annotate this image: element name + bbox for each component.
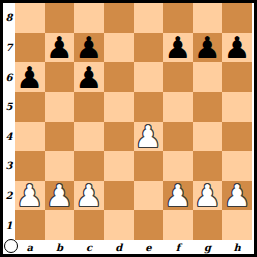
file-label-d: d [104,240,134,254]
chess-diagram: 87654321 ♟♟♟♟♟♟♟♟♟♟♟♟♟♟ abcdefgh [0,0,257,257]
black-pawn-f7: ♟ [164,33,191,62]
rank-label-1: 1 [3,210,15,240]
square-g1 [193,210,223,240]
file-labels: abcdefgh [15,240,252,254]
square-b1 [45,210,75,240]
file-label-a: a [15,240,45,254]
square-d5 [104,92,134,122]
square-c5 [74,92,104,122]
square-d8 [104,3,134,33]
square-e2 [134,181,164,211]
square-g6 [193,62,223,92]
square-d6 [104,62,134,92]
square-b3 [45,151,75,181]
white-pawn-h2: ♟ [224,181,251,210]
black-pawn-a6: ♟ [16,63,43,92]
black-pawn-c7: ♟ [76,33,103,62]
black-pawn-c6: ♟ [76,63,103,92]
rank-label-2: 2 [3,181,15,211]
file-label-b: b [45,240,75,254]
square-c2: ♟ [74,181,104,211]
square-c7: ♟ [74,33,104,63]
square-d1 [104,210,134,240]
square-b4 [45,122,75,152]
rank-label-8: 8 [3,3,15,33]
square-h5 [222,92,252,122]
square-c8 [74,3,104,33]
square-a6: ♟ [15,62,45,92]
square-a2: ♟ [15,181,45,211]
square-f2: ♟ [163,181,193,211]
square-f7: ♟ [163,33,193,63]
white-pawn-b2: ♟ [46,181,73,210]
square-f8 [163,3,193,33]
rank-labels: 87654321 [3,3,15,240]
square-f3 [163,151,193,181]
square-b2: ♟ [45,181,75,211]
square-a1 [15,210,45,240]
rank-label-7: 7 [3,33,15,63]
black-pawn-b7: ♟ [46,33,73,62]
square-e7 [134,33,164,63]
square-e8 [134,3,164,33]
white-pawn-e4: ♟ [135,122,162,151]
square-d2 [104,181,134,211]
square-d3 [104,151,134,181]
square-h7: ♟ [222,33,252,63]
square-f6 [163,62,193,92]
white-pawn-c2: ♟ [76,181,103,210]
square-e1 [134,210,164,240]
square-g8 [193,3,223,33]
square-g5 [193,92,223,122]
square-b8 [45,3,75,33]
square-a3 [15,151,45,181]
square-h8 [222,3,252,33]
square-d4 [104,122,134,152]
square-a7 [15,33,45,63]
square-b7: ♟ [45,33,75,63]
square-f4 [163,122,193,152]
square-f1 [163,210,193,240]
square-e3 [134,151,164,181]
square-h4 [222,122,252,152]
rank-label-4: 4 [3,122,15,152]
square-h2: ♟ [222,181,252,211]
square-d7 [104,33,134,63]
file-label-e: e [134,240,164,254]
square-g2: ♟ [193,181,223,211]
square-g3 [193,151,223,181]
square-h1 [222,210,252,240]
file-label-g: g [193,240,223,254]
square-e4: ♟ [134,122,164,152]
square-e5 [134,92,164,122]
square-a8 [15,3,45,33]
file-label-c: c [74,240,104,254]
square-b6 [45,62,75,92]
square-c4 [74,122,104,152]
file-label-f: f [163,240,193,254]
rank-label-3: 3 [3,151,15,181]
rank-label-5: 5 [3,92,15,122]
square-f5 [163,92,193,122]
white-pawn-g2: ♟ [194,181,221,210]
square-g4 [193,122,223,152]
square-a4 [15,122,45,152]
black-pawn-g7: ♟ [194,33,221,62]
board: ♟♟♟♟♟♟♟♟♟♟♟♟♟♟ [15,3,252,240]
square-g7: ♟ [193,33,223,63]
square-e6 [134,62,164,92]
square-b5 [45,92,75,122]
white-pawn-a2: ♟ [16,181,43,210]
square-h3 [222,151,252,181]
square-c6: ♟ [74,62,104,92]
black-pawn-h7: ♟ [224,33,251,62]
file-label-h: h [222,240,252,254]
white-pawn-f2: ♟ [164,181,191,210]
square-c1 [74,210,104,240]
square-a5 [15,92,45,122]
square-c3 [74,151,104,181]
white-to-move-indicator [4,239,18,253]
square-h6 [222,62,252,92]
rank-label-6: 6 [3,62,15,92]
